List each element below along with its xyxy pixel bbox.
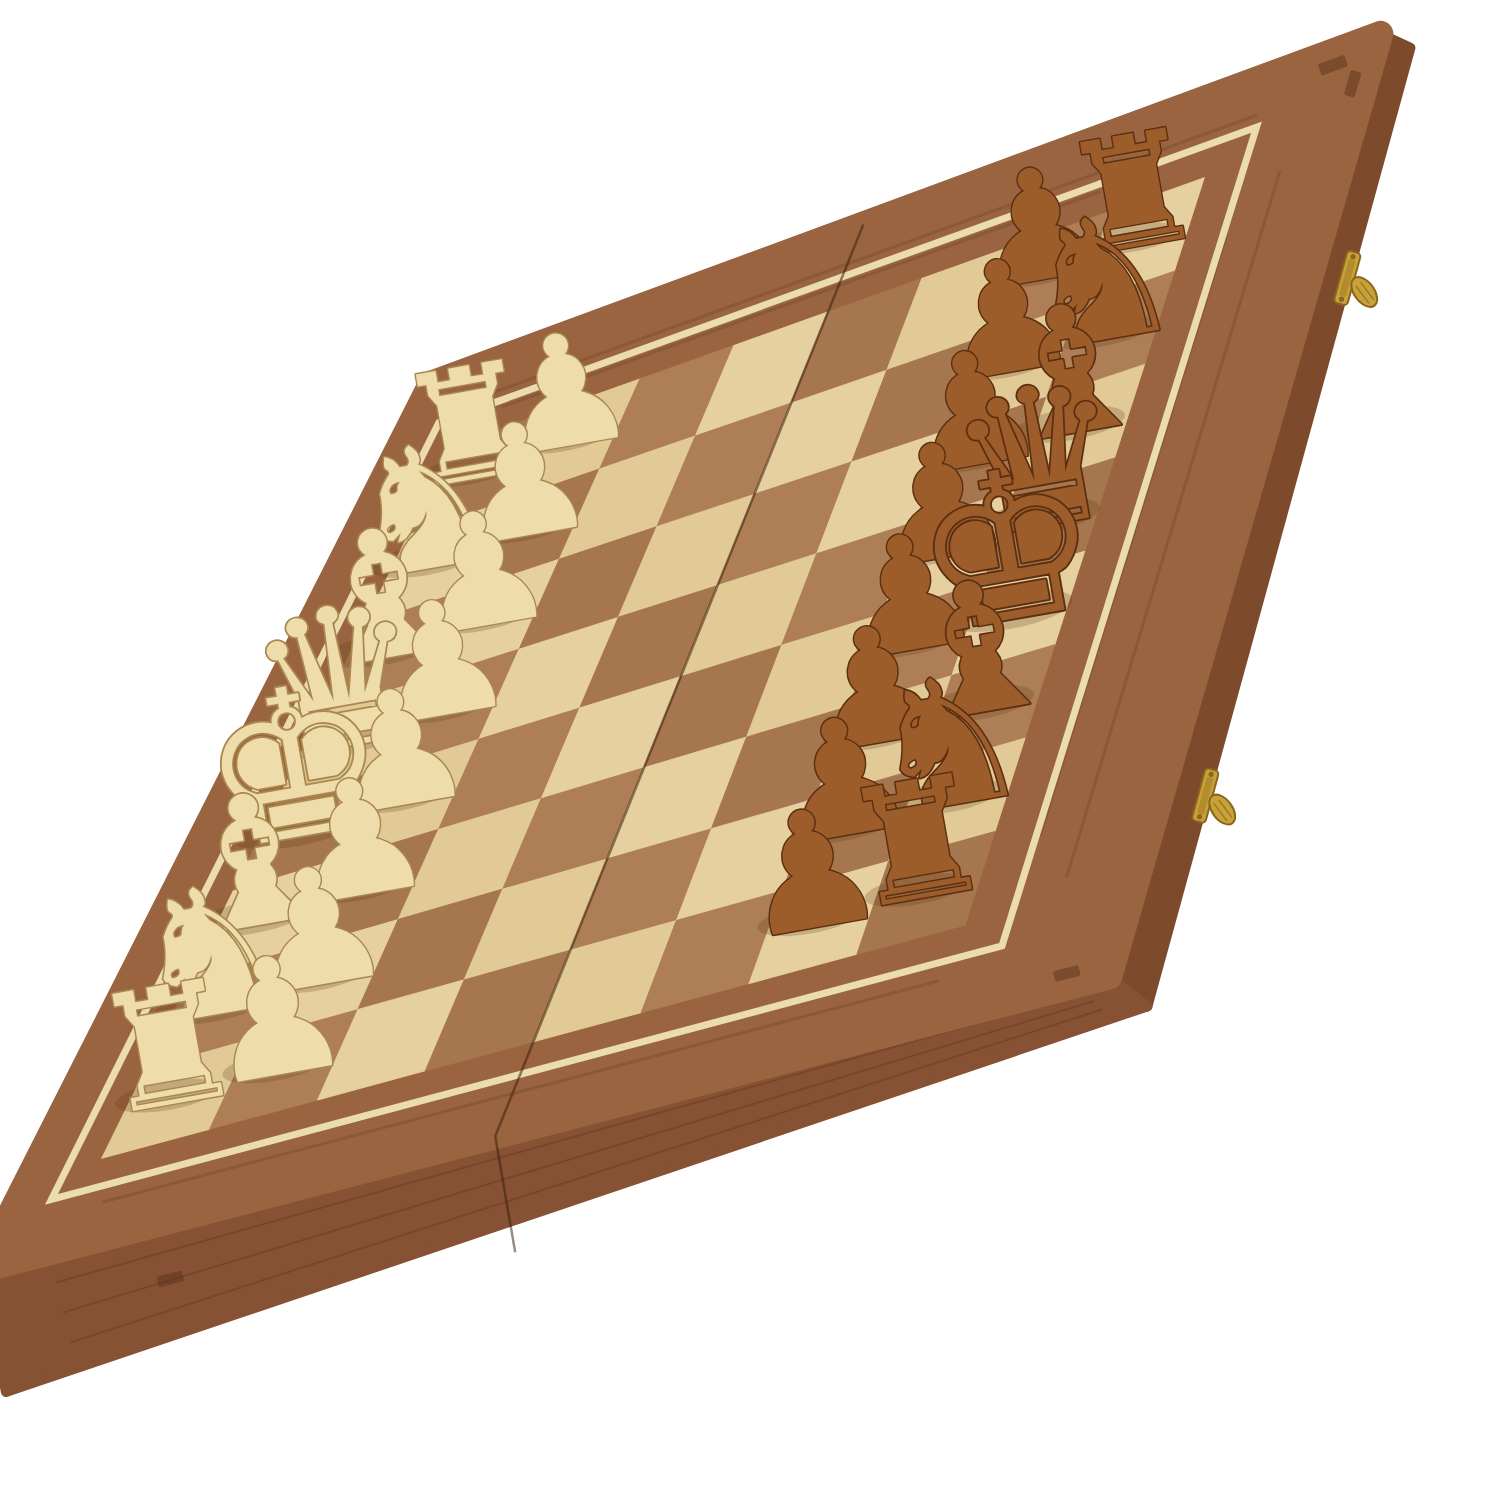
chess-set-photo: ♜♟♞♟♝♟♟♜♛♟♟♞♚♟♟♝♝♟♟♛♞♟♟♚♟♜♝♟♟♞♟♜ [0,0,1500,1500]
product-photo: ♜♟♞♟♝♟♟♜♛♟♟♞♚♟♟♝♝♟♟♛♞♟♟♚♟♜♝♟♟♞♟♜ [0,0,1500,1500]
